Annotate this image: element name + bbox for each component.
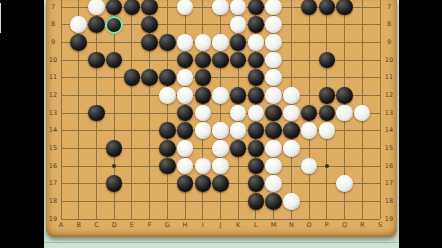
black-stone [248, 16, 265, 33]
black-stone [141, 69, 158, 86]
black-stone [248, 52, 265, 69]
grid-horizontal-line [61, 201, 380, 202]
black-stone [159, 122, 176, 139]
row-label: 7 [47, 4, 59, 11]
black-stone [106, 175, 123, 192]
black-stone [283, 122, 300, 139]
white-stone [265, 87, 282, 104]
grid-horizontal-line [61, 219, 380, 220]
black-stone [248, 175, 265, 192]
row-label: 12 [383, 92, 395, 99]
black-stone [141, 34, 158, 51]
row-label: 11 [383, 74, 395, 81]
column-label: I [197, 222, 209, 229]
white-stone [248, 34, 265, 51]
black-stone [212, 52, 229, 69]
column-label: H [179, 222, 191, 229]
white-stone [265, 16, 282, 33]
column-label: G [161, 222, 173, 229]
black-stone [230, 140, 247, 157]
column-label: M [268, 222, 280, 229]
column-label: O [303, 222, 315, 229]
black-stone [248, 158, 265, 175]
white-stone [336, 175, 353, 192]
white-stone [88, 0, 105, 15]
black-stone [248, 122, 265, 139]
column-label: S [374, 222, 386, 229]
white-stone [70, 16, 87, 33]
black-stone [106, 140, 123, 157]
black-stone [319, 87, 336, 104]
star-point [325, 164, 329, 168]
black-stone [248, 193, 265, 210]
white-stone [230, 105, 247, 122]
white-stone [177, 140, 194, 157]
row-label: 9 [47, 39, 59, 46]
row-label: 10 [47, 57, 59, 64]
star-point [112, 164, 116, 168]
black-stone [336, 87, 353, 104]
black-stone [141, 0, 158, 15]
column-label: E [126, 222, 138, 229]
black-stone [230, 52, 247, 69]
black-stone [106, 52, 123, 69]
white-stone [230, 122, 247, 139]
row-label: 16 [383, 163, 395, 170]
grid-vertical-line [167, 0, 168, 219]
white-stone [195, 105, 212, 122]
grid-vertical-line [380, 0, 381, 219]
column-label: J [214, 222, 226, 229]
row-label: 12 [47, 92, 59, 99]
white-stone [265, 69, 282, 86]
white-stone [265, 34, 282, 51]
black-stone [177, 52, 194, 69]
column-label: B [73, 222, 85, 229]
column-label: C [90, 222, 102, 229]
white-stone [177, 69, 194, 86]
white-stone [212, 87, 229, 104]
column-label: P [321, 222, 333, 229]
white-stone [159, 87, 176, 104]
black-stone [230, 87, 247, 104]
white-stone [177, 0, 194, 15]
table-edge-line [44, 242, 399, 243]
white-stone [177, 34, 194, 51]
row-label: 17 [383, 180, 395, 187]
black-stone [248, 87, 265, 104]
white-stone [265, 52, 282, 69]
black-stone [301, 0, 318, 15]
black-stone [301, 105, 318, 122]
column-label: Q [339, 222, 351, 229]
white-stone [230, 16, 247, 33]
grid-vertical-line [131, 0, 132, 219]
white-stone [265, 158, 282, 175]
black-stone [248, 69, 265, 86]
black-stone [319, 52, 336, 69]
white-stone [283, 193, 300, 210]
white-stone [283, 87, 300, 104]
row-label: 14 [47, 127, 59, 134]
white-stone [212, 34, 229, 51]
black-stone [230, 34, 247, 51]
column-label: D [108, 222, 120, 229]
black-stone [248, 0, 265, 15]
black-stone [319, 0, 336, 15]
black-stone [336, 0, 353, 15]
white-stone [354, 105, 371, 122]
black-stone [177, 175, 194, 192]
black-stone [195, 69, 212, 86]
black-stone [159, 69, 176, 86]
white-stone [301, 122, 318, 139]
black-stone [106, 0, 123, 15]
grid-vertical-line [61, 0, 62, 219]
white-stone [265, 140, 282, 157]
column-label: R [356, 222, 368, 229]
black-stone [265, 105, 282, 122]
row-label: 18 [383, 198, 395, 205]
black-stone [195, 87, 212, 104]
white-stone [248, 105, 265, 122]
white-stone [265, 0, 282, 15]
row-label: 15 [47, 145, 59, 152]
white-stone [177, 87, 194, 104]
row-label: 17 [47, 180, 59, 187]
white-stone [212, 140, 229, 157]
black-stone [141, 16, 158, 33]
row-label: 13 [47, 110, 59, 117]
white-stone [195, 34, 212, 51]
row-label: 13 [383, 110, 395, 117]
grid-horizontal-line [61, 77, 380, 78]
black-stone [177, 105, 194, 122]
black-stone [70, 34, 87, 51]
white-stone [265, 175, 282, 192]
go-app-window: 7788991010111112121313141415151616171718… [0, 0, 442, 248]
white-stone [301, 158, 318, 175]
right-letterbox-bar [399, 0, 442, 248]
white-stone [283, 140, 300, 157]
column-label: L [250, 222, 262, 229]
black-stone [319, 105, 336, 122]
white-stone [177, 158, 194, 175]
row-label: 11 [47, 74, 59, 81]
black-stone [88, 16, 105, 33]
white-stone [212, 122, 229, 139]
last-move-marker [105, 16, 123, 34]
row-label: 18 [47, 198, 59, 205]
row-label: 8 [47, 21, 59, 28]
row-label: 15 [383, 145, 395, 152]
row-label: 14 [383, 127, 395, 134]
row-label: 10 [383, 57, 395, 64]
black-stone [195, 175, 212, 192]
column-label: N [285, 222, 297, 229]
white-stone [212, 0, 229, 15]
black-stone [159, 140, 176, 157]
black-stone [88, 105, 105, 122]
black-stone [265, 193, 282, 210]
column-label: A [55, 222, 67, 229]
white-stone [195, 158, 212, 175]
row-label: 9 [383, 39, 395, 46]
row-label: 8 [383, 21, 395, 28]
row-label: 7 [383, 4, 395, 11]
black-stone [195, 52, 212, 69]
white-stone [230, 0, 247, 15]
white-stone [195, 122, 212, 139]
black-stone [248, 140, 265, 157]
black-stone [124, 69, 141, 86]
black-stone [88, 52, 105, 69]
black-stone [159, 158, 176, 175]
black-stone [177, 122, 194, 139]
row-label: 16 [47, 163, 59, 170]
white-stone [283, 105, 300, 122]
white-stone [319, 122, 336, 139]
left-letterbox-bar [0, 0, 44, 248]
column-label: F [144, 222, 156, 229]
black-stone [124, 0, 141, 15]
black-stone [212, 175, 229, 192]
go-board[interactable]: 7788991010111112121313141415151616171718… [46, 0, 397, 237]
screen-edge-artifact [0, 3, 1, 33]
black-stone [265, 122, 282, 139]
column-label: K [232, 222, 244, 229]
white-stone [212, 158, 229, 175]
black-stone [159, 34, 176, 51]
white-stone [336, 105, 353, 122]
